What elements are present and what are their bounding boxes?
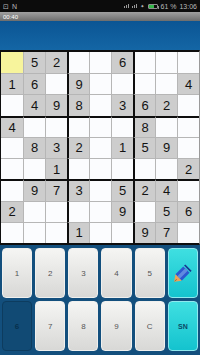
cell-r4c8[interactable] [155, 116, 177, 137]
cell-r1c6[interactable]: 6 [111, 52, 133, 73]
cell-r7c4[interactable]: 3 [67, 179, 89, 200]
cell-r2c4[interactable]: 9 [67, 73, 89, 94]
cell-r8c5[interactable] [89, 201, 111, 222]
nfc-icon: N [12, 3, 17, 10]
cell-r7c6[interactable]: 5 [111, 179, 133, 200]
cell-r8c7[interactable] [133, 201, 155, 222]
cell-r2c3[interactable] [45, 73, 67, 94]
cell-r1c2[interactable]: 5 [23, 52, 45, 73]
cell-r6c1[interactable] [1, 158, 23, 179]
cell-r9c5[interactable] [89, 222, 111, 243]
cell-r3c9[interactable] [177, 94, 199, 115]
cell-r9c2[interactable] [23, 222, 45, 243]
cell-r7c8[interactable]: 4 [155, 179, 177, 200]
cell-r8c1[interactable]: 2 [1, 201, 23, 222]
cell-r7c9[interactable] [177, 179, 199, 200]
cell-r3c6[interactable]: 3 [111, 94, 133, 115]
key-1[interactable]: 1 [2, 248, 32, 298]
cell-r8c2[interactable] [23, 201, 45, 222]
cell-r5c9[interactable] [177, 137, 199, 158]
cell-r9c7[interactable]: 9 [133, 222, 155, 243]
cell-r7c3[interactable]: 7 [45, 179, 67, 200]
cell-r3c8[interactable]: 2 [155, 94, 177, 115]
cell-r4c5[interactable] [89, 116, 111, 137]
key-C[interactable]: C [135, 301, 165, 351]
battery-icon [148, 4, 158, 9]
alarm-icon: ✦ [140, 4, 144, 9]
cell-r1c9[interactable] [177, 52, 199, 73]
cell-r6c7[interactable] [133, 158, 155, 179]
cell-r2c2[interactable]: 6 [23, 73, 45, 94]
key-5[interactable]: 5 [135, 248, 165, 298]
cell-r1c7[interactable] [133, 52, 155, 73]
cell-r5c7[interactable]: 5 [133, 137, 155, 158]
cell-r9c4[interactable]: 1 [67, 222, 89, 243]
status-bar: ⊡ N ✦ 61 % 13:06 [0, 0, 200, 12]
cell-r2c1[interactable]: 1 [1, 73, 23, 94]
cell-r4c1[interactable]: 4 [1, 116, 23, 137]
status-bar-right: ✦ 61 % 13:06 [124, 3, 197, 10]
cell-r2c7[interactable] [133, 73, 155, 94]
cell-r2c8[interactable] [155, 73, 177, 94]
cell-r2c6[interactable] [111, 73, 133, 94]
phone-screen: ⊡ N ✦ 61 % 13:06 00:40 52616944983624883… [0, 0, 200, 355]
cell-r4c7[interactable]: 8 [133, 116, 155, 137]
cell-r7c7[interactable]: 2 [133, 179, 155, 200]
cell-r7c1[interactable] [1, 179, 23, 200]
pencil-button[interactable] [168, 248, 198, 298]
cell-r1c5[interactable] [89, 52, 111, 73]
cell-r6c2[interactable] [23, 158, 45, 179]
cell-r8c6[interactable]: 9 [111, 201, 133, 222]
key-4[interactable]: 4 [101, 248, 131, 298]
cell-r1c4[interactable] [67, 52, 89, 73]
keypad-row-2: 6789CSN [2, 301, 198, 351]
cell-r5c4[interactable]: 2 [67, 137, 89, 158]
cell-r7c2[interactable]: 9 [23, 179, 45, 200]
cell-r9c8[interactable]: 7 [155, 222, 177, 243]
status-bar-left: ⊡ N [3, 3, 17, 10]
board-top-margin [0, 21, 200, 50]
cell-r9c9[interactable] [177, 222, 199, 243]
cell-r9c1[interactable] [1, 222, 23, 243]
cell-r3c5[interactable] [89, 94, 111, 115]
key-9[interactable]: 9 [101, 301, 131, 351]
cell-r5c2[interactable]: 8 [23, 137, 45, 158]
cell-r6c5[interactable] [89, 158, 111, 179]
cell-r3c1[interactable] [1, 94, 23, 115]
cell-r8c3[interactable] [45, 201, 67, 222]
cell-r6c3[interactable]: 1 [45, 158, 67, 179]
key-SN[interactable]: SN [168, 301, 198, 351]
cell-r6c8[interactable] [155, 158, 177, 179]
cell-r1c3[interactable]: 2 [45, 52, 67, 73]
cell-r9c6[interactable] [111, 222, 133, 243]
key-3[interactable]: 3 [68, 248, 98, 298]
keypad-row-1: 12345 [2, 248, 198, 298]
cell-r2c9[interactable]: 4 [177, 73, 199, 94]
cell-r2c5[interactable] [89, 73, 111, 94]
cell-r7c5[interactable] [89, 179, 111, 200]
cell-r3c2[interactable]: 4 [23, 94, 45, 115]
cell-r5c8[interactable]: 9 [155, 137, 177, 158]
cell-r8c8[interactable]: 5 [155, 201, 177, 222]
cell-r5c5[interactable] [89, 137, 111, 158]
cell-r4c2[interactable] [23, 116, 45, 137]
key-7[interactable]: 7 [35, 301, 65, 351]
key-2[interactable]: 2 [35, 248, 65, 298]
cell-r6c9[interactable]: 2 [177, 158, 199, 179]
cell-r3c7[interactable]: 6 [133, 94, 155, 115]
clock-time: 13:06 [179, 3, 197, 10]
timer-bar: 00:40 [0, 12, 200, 21]
signal-icon-sim2 [132, 4, 137, 8]
keypad: 12345 6789CSN [0, 245, 200, 355]
sudoku-board: 526169449836248832159129735242956197 [0, 50, 200, 245]
cell-r9c3[interactable] [45, 222, 67, 243]
cell-r4c9[interactable] [177, 116, 199, 137]
cell-r5c6[interactable]: 1 [111, 137, 133, 158]
screenshot-icon: ⊡ [3, 3, 9, 10]
cell-r3c4[interactable]: 8 [67, 94, 89, 115]
cell-r4c4[interactable] [67, 116, 89, 137]
cell-r4c6[interactable] [111, 116, 133, 137]
battery-percent: 61 % [161, 3, 177, 10]
game-timer: 00:40 [3, 14, 18, 20]
cell-r4c3[interactable] [45, 116, 67, 137]
cell-r1c8[interactable] [155, 52, 177, 73]
cell-r3c3[interactable]: 9 [45, 94, 67, 115]
cell-r8c9[interactable]: 6 [177, 201, 199, 222]
cell-r6c4[interactable] [67, 158, 89, 179]
cell-r8c4[interactable] [67, 201, 89, 222]
cell-r1c1[interactable] [1, 52, 23, 73]
pencil-icon [173, 264, 192, 283]
cell-r5c1[interactable] [1, 137, 23, 158]
signal-icon-sim1 [124, 4, 129, 8]
cell-r5c3[interactable]: 3 [45, 137, 67, 158]
cell-r6c6[interactable] [111, 158, 133, 179]
key-8[interactable]: 8 [68, 301, 98, 351]
key-6[interactable]: 6 [2, 301, 32, 351]
